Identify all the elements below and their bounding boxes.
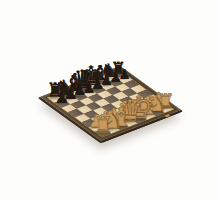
brass-clasp-icon xyxy=(165,114,171,117)
chess-board xyxy=(40,66,181,141)
chess-set-photo: ♜♞♟♝♟♚♟♛♟♝♟♞♟♜♟♟♟♟♜♟♞♟♝♟♚♟♛♟♝♟♞♜ xyxy=(0,0,220,200)
